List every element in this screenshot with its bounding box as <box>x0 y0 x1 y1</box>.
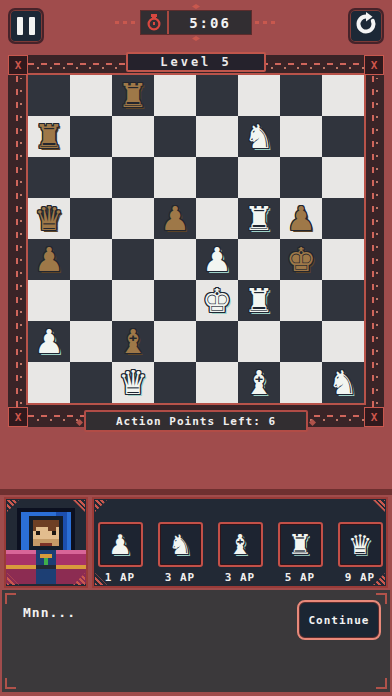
square-e4[interactable]: ♟ <box>196 239 238 280</box>
piece-white-rook: ♜ <box>238 280 280 321</box>
square-c1[interactable]: ♛ <box>112 362 154 403</box>
square-c6[interactable] <box>112 157 154 198</box>
ornament <box>192 36 200 41</box>
mage-portrait <box>6 499 86 586</box>
shop-item-queen: ♛9 AP <box>337 522 383 584</box>
restart-button[interactable] <box>348 8 384 44</box>
piece-white-pawn: ♟ <box>196 239 238 280</box>
shop-cost-label: 1 AP <box>105 571 136 584</box>
dialog-box: Mnn... Continue <box>2 590 390 692</box>
board-frame: X X X X ♜♜♞♛♟♜♟♟♟♚♚♜♟♝♛♝♞ <box>8 55 384 427</box>
square-c8[interactable]: ♜ <box>112 75 154 116</box>
square-e6[interactable] <box>196 157 238 198</box>
square-b3[interactable] <box>70 280 112 321</box>
frame-corner-icon: X <box>364 407 384 427</box>
shop-cost-label: 3 AP <box>225 571 256 584</box>
square-a8[interactable] <box>28 75 70 116</box>
square-a7[interactable]: ♜ <box>28 116 70 157</box>
square-h6[interactable] <box>322 157 364 198</box>
square-a5[interactable]: ♛ <box>28 198 70 239</box>
buy-knight-button[interactable]: ♞ <box>158 522 203 567</box>
square-b2[interactable] <box>70 321 112 362</box>
bishop-icon: ♝ <box>228 524 252 565</box>
square-f3[interactable]: ♜ <box>238 280 280 321</box>
dialog-corner <box>376 678 387 689</box>
piece-white-king: ♚ <box>196 280 238 321</box>
panel-divider <box>0 489 392 495</box>
shop-item-rook: ♜5 AP <box>277 522 323 584</box>
square-d2[interactable] <box>154 321 196 362</box>
lace-corner <box>95 500 107 512</box>
shop-cost-label: 5 AP <box>285 571 316 584</box>
square-a4[interactable]: ♟ <box>28 239 70 280</box>
timer-value: 5:06 <box>169 11 251 34</box>
square-d8[interactable] <box>154 75 196 116</box>
square-g2[interactable] <box>280 321 322 362</box>
square-a2[interactable]: ♟ <box>28 321 70 362</box>
piece-brown-pawn: ♟ <box>280 198 322 239</box>
square-c3[interactable] <box>112 280 154 321</box>
square-f5[interactable]: ♜ <box>238 198 280 239</box>
lace-corner <box>373 500 385 512</box>
piece-shop: ♟1 AP♞3 AP♝3 AP♜5 AP♛9 AP <box>92 497 388 588</box>
square-e3[interactable]: ♚ <box>196 280 238 321</box>
square-b8[interactable] <box>70 75 112 116</box>
square-g1[interactable] <box>280 362 322 403</box>
square-d1[interactable] <box>154 362 196 403</box>
frame-ornament-right <box>364 75 384 407</box>
dialog-corner <box>5 593 16 604</box>
shop-item-knight: ♞3 AP <box>157 522 203 584</box>
square-d3[interactable] <box>154 280 196 321</box>
square-h1[interactable]: ♞ <box>322 362 364 403</box>
square-f6[interactable] <box>238 157 280 198</box>
buy-queen-button[interactable]: ♛ <box>338 522 383 567</box>
square-b7[interactable] <box>70 116 112 157</box>
square-c5[interactable] <box>112 198 154 239</box>
piece-white-knight: ♞ <box>238 116 280 157</box>
timer-icon <box>141 11 169 34</box>
piece-brown-queen: ♛ <box>28 198 70 239</box>
pawn-icon: ♟ <box>108 524 132 565</box>
square-d7[interactable] <box>154 116 196 157</box>
square-d5[interactable]: ♟ <box>154 198 196 239</box>
piece-white-pawn: ♟ <box>28 321 70 362</box>
frame-corner-icon: X <box>8 55 28 75</box>
piece-white-queen: ♛ <box>112 362 154 403</box>
square-h7[interactable] <box>322 116 364 157</box>
chess-board: ♜♜♞♛♟♜♟♟♟♚♚♜♟♝♛♝♞ <box>28 75 364 403</box>
mage-avatar <box>4 497 88 588</box>
square-b1[interactable] <box>70 362 112 403</box>
square-b5[interactable] <box>70 198 112 239</box>
buy-pawn-button[interactable]: ♟ <box>98 522 143 567</box>
square-f4[interactable] <box>238 239 280 280</box>
timer-banner: 5:06 <box>140 10 252 35</box>
square-g8[interactable] <box>280 75 322 116</box>
piece-white-rook: ♜ <box>238 198 280 239</box>
square-e2[interactable] <box>196 321 238 362</box>
frame-ornament-left <box>8 75 28 407</box>
buy-rook-button[interactable]: ♜ <box>278 522 323 567</box>
square-e7[interactable] <box>196 116 238 157</box>
restart-icon <box>354 12 378 40</box>
square-f1[interactable]: ♝ <box>238 362 280 403</box>
square-a3[interactable] <box>28 280 70 321</box>
queen-icon: ♛ <box>348 524 372 565</box>
frame-corner-icon: X <box>364 55 384 75</box>
piece-white-bishop: ♝ <box>238 362 280 403</box>
action-points-banner: Action Points Left: 6 <box>84 410 308 432</box>
square-h8[interactable] <box>322 75 364 116</box>
frame-corner-icon: X <box>8 407 28 427</box>
square-g6[interactable] <box>280 157 322 198</box>
square-c4[interactable] <box>112 239 154 280</box>
piece-brown-bishop: ♝ <box>112 321 154 362</box>
piece-brown-pawn: ♟ <box>154 198 196 239</box>
square-f8[interactable] <box>238 75 280 116</box>
piece-brown-king: ♚ <box>280 239 322 280</box>
piece-brown-rook: ♜ <box>28 116 70 157</box>
rook-icon: ♜ <box>288 524 312 565</box>
square-c2[interactable]: ♝ <box>112 321 154 362</box>
square-g3[interactable] <box>280 280 322 321</box>
square-a1[interactable] <box>28 362 70 403</box>
piece-brown-pawn: ♟ <box>28 239 70 280</box>
knight-icon: ♞ <box>168 524 192 565</box>
square-g7[interactable] <box>280 116 322 157</box>
square-f2[interactable] <box>238 321 280 362</box>
game-screen: 5:06 Level 5 X X X X ♜♜♞♛♟♜♟♟♟♚♚♜♟♝♛♝♞ A… <box>0 0 392 696</box>
square-a6[interactable] <box>28 157 70 198</box>
square-g4[interactable]: ♚ <box>280 239 322 280</box>
shop-cost-label: 3 AP <box>165 571 196 584</box>
pause-button[interactable] <box>8 8 44 44</box>
square-h5[interactable] <box>322 198 364 239</box>
square-d4[interactable] <box>154 239 196 280</box>
pause-icon <box>17 17 35 35</box>
square-e5[interactable] <box>196 198 238 239</box>
square-h3[interactable] <box>322 280 364 321</box>
buy-bishop-button[interactable]: ♝ <box>218 522 263 567</box>
square-b4[interactable] <box>70 239 112 280</box>
square-e8[interactable] <box>196 75 238 116</box>
ornament <box>192 4 200 9</box>
square-b6[interactable] <box>70 157 112 198</box>
square-f7[interactable]: ♞ <box>238 116 280 157</box>
piece-white-knight: ♞ <box>322 362 364 403</box>
square-e1[interactable] <box>196 362 238 403</box>
continue-button[interactable]: Continue <box>297 600 381 640</box>
square-h4[interactable] <box>322 239 364 280</box>
square-d6[interactable] <box>154 157 196 198</box>
shop-cost-label: 9 AP <box>345 571 376 584</box>
dialog-text: Mnn... <box>23 605 76 620</box>
shop-item-bishop: ♝3 AP <box>217 522 263 584</box>
piece-brown-rook: ♜ <box>112 75 154 116</box>
shop-item-pawn: ♟1 AP <box>97 522 143 584</box>
square-g5[interactable]: ♟ <box>280 198 322 239</box>
square-c7[interactable] <box>112 116 154 157</box>
square-h2[interactable] <box>322 321 364 362</box>
level-banner: Level 5 <box>126 52 266 72</box>
dialog-corner <box>5 678 16 689</box>
